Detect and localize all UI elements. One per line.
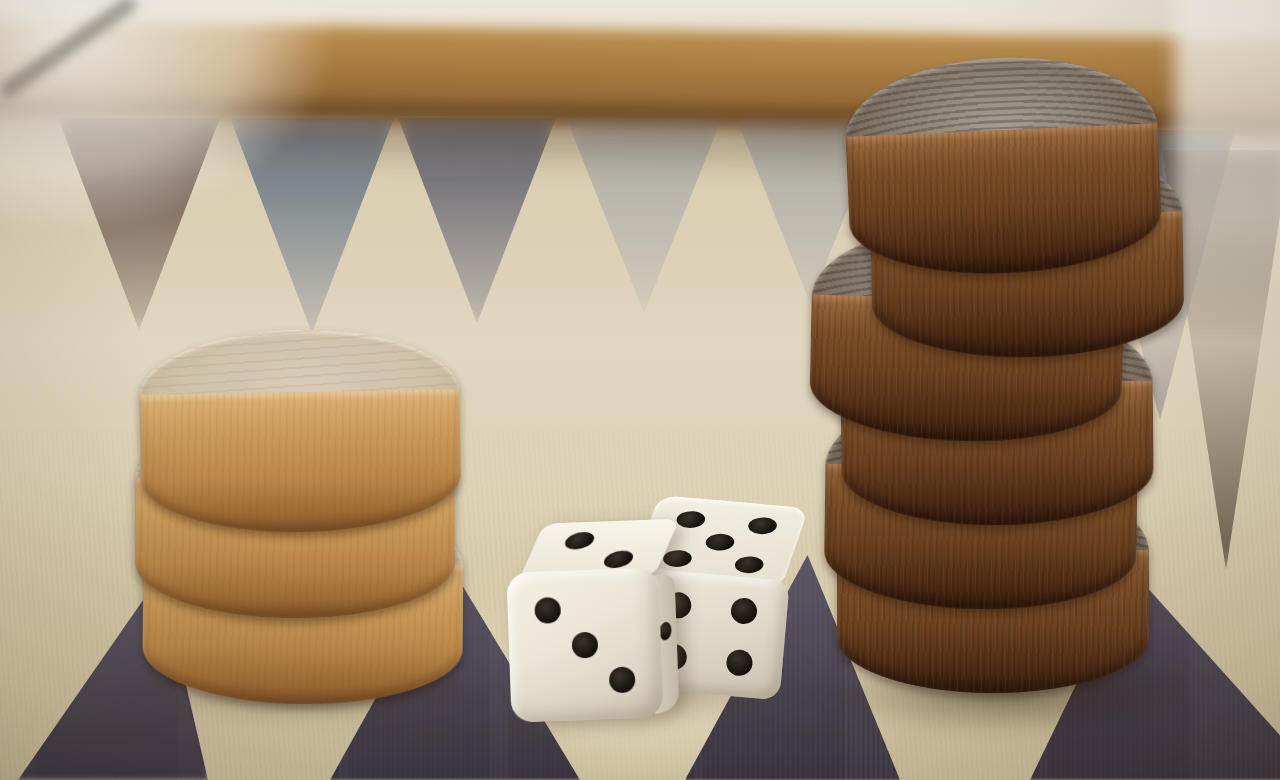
checker-side: [139, 389, 461, 535]
die-pip: [703, 533, 737, 552]
dark-checker-stack[interactable]: [845, 58, 1157, 718]
die-left-front-face: [506, 568, 663, 723]
die-pip: [659, 621, 672, 642]
checker-light[interactable]: [138, 327, 461, 535]
die-pip: [609, 666, 636, 693]
die-left[interactable]: [497, 515, 680, 721]
checker-side: [846, 123, 1164, 279]
die-pip: [561, 532, 597, 550]
checker-dark[interactable]: [842, 51, 1163, 279]
die-pip: [746, 517, 780, 536]
light-checker-stack[interactable]: [140, 330, 460, 730]
die-pip: [674, 510, 708, 529]
die-pip: [571, 632, 598, 659]
die-pip: [601, 550, 637, 568]
backgammon-board-photo: [0, 0, 1280, 780]
die-pip: [726, 649, 754, 677]
die-pip: [534, 597, 561, 624]
die-pip: [730, 597, 758, 625]
die-pip: [732, 555, 766, 574]
